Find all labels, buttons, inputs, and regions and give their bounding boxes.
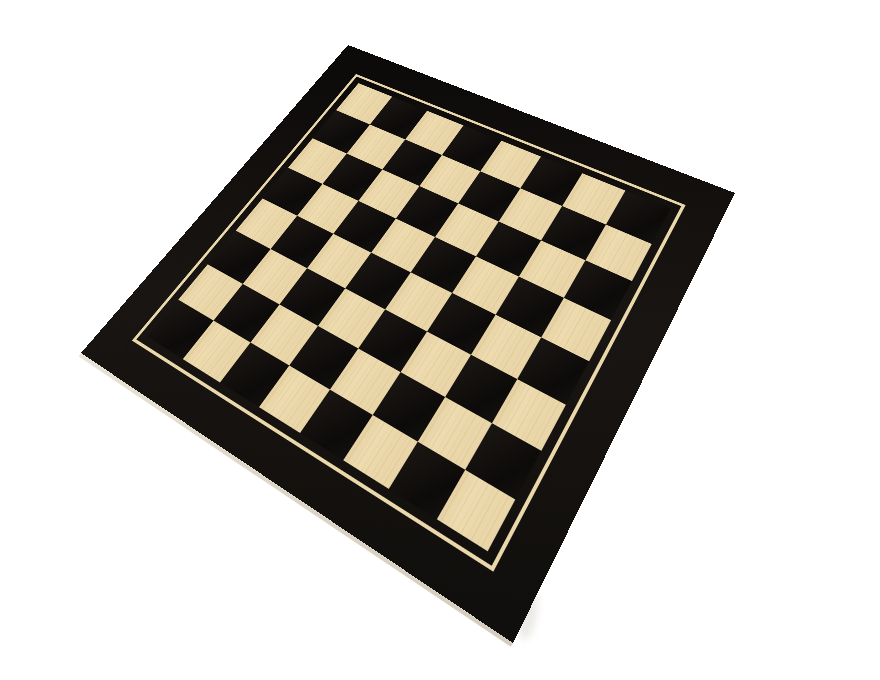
- product-photo-scene: [0, 0, 880, 680]
